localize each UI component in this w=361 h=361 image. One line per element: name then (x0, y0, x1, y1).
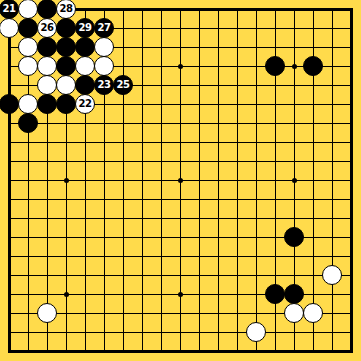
star-point (178, 292, 183, 297)
white-stone[interactable] (18, 0, 38, 19)
black-stone[interactable] (18, 18, 38, 38)
grid-line-horizontal (9, 218, 351, 219)
black-stone-move-27[interactable]: 27 (94, 18, 114, 38)
grid-line-horizontal (9, 351, 351, 352)
white-stone[interactable] (94, 37, 114, 57)
white-stone[interactable] (284, 303, 304, 323)
black-stone[interactable] (56, 37, 76, 57)
white-stone[interactable] (37, 75, 57, 95)
grid-line-vertical (237, 9, 238, 351)
black-stone[interactable] (265, 284, 285, 304)
black-stone[interactable] (75, 37, 95, 57)
black-stone[interactable] (284, 227, 304, 247)
black-stone[interactable] (37, 0, 57, 19)
move-number-label: 23 (98, 80, 111, 90)
black-stone-move-29[interactable]: 29 (75, 18, 95, 38)
white-stone-move-26[interactable]: 26 (37, 18, 57, 38)
white-stone[interactable] (18, 56, 38, 76)
black-stone[interactable] (37, 37, 57, 57)
white-stone-move-22[interactable]: 22 (75, 94, 95, 114)
move-number-label: 28 (60, 4, 73, 14)
grid-line-horizontal (9, 275, 351, 276)
star-point (178, 64, 183, 69)
move-number-label: 25 (117, 80, 130, 90)
grid-line-vertical (332, 9, 333, 351)
grid-line-vertical (351, 9, 352, 351)
white-stone[interactable] (322, 265, 342, 285)
black-stone[interactable] (265, 56, 285, 76)
star-point (292, 64, 297, 69)
white-stone[interactable] (37, 56, 57, 76)
move-number-label: 26 (41, 23, 54, 33)
grid-line-vertical (199, 9, 200, 351)
white-stone[interactable] (56, 75, 76, 95)
star-point (64, 178, 69, 183)
move-number-label: 22 (79, 99, 92, 109)
white-stone[interactable] (246, 322, 266, 342)
grid-line-horizontal (9, 199, 351, 200)
black-stone[interactable] (56, 94, 76, 114)
go-board[interactable]: 2128262927232522 (0, 0, 361, 361)
black-stone[interactable] (18, 113, 38, 133)
move-number-label: 21 (3, 4, 16, 14)
star-point (178, 178, 183, 183)
white-stone[interactable] (18, 37, 38, 57)
black-stone[interactable] (75, 75, 95, 95)
white-stone[interactable] (0, 18, 19, 38)
star-point (64, 292, 69, 297)
white-stone[interactable] (75, 56, 95, 76)
white-stone[interactable] (18, 94, 38, 114)
black-stone[interactable] (37, 94, 57, 114)
grid-line-vertical (256, 9, 257, 351)
black-stone[interactable] (303, 56, 323, 76)
black-stone-move-25[interactable]: 25 (113, 75, 133, 95)
move-number-label: 29 (79, 23, 92, 33)
white-stone-move-28[interactable]: 28 (56, 0, 76, 19)
grid-line-horizontal (9, 256, 351, 257)
black-stone[interactable] (0, 94, 19, 114)
move-number-label: 27 (98, 23, 111, 33)
white-stone[interactable] (94, 56, 114, 76)
black-stone[interactable] (56, 56, 76, 76)
black-stone[interactable] (56, 18, 76, 38)
black-stone[interactable] (284, 284, 304, 304)
black-stone-move-23[interactable]: 23 (94, 75, 114, 95)
grid-line-vertical (218, 9, 219, 351)
white-stone[interactable] (37, 303, 57, 323)
star-point (292, 178, 297, 183)
grid-line-horizontal (9, 332, 351, 333)
white-stone[interactable] (303, 303, 323, 323)
